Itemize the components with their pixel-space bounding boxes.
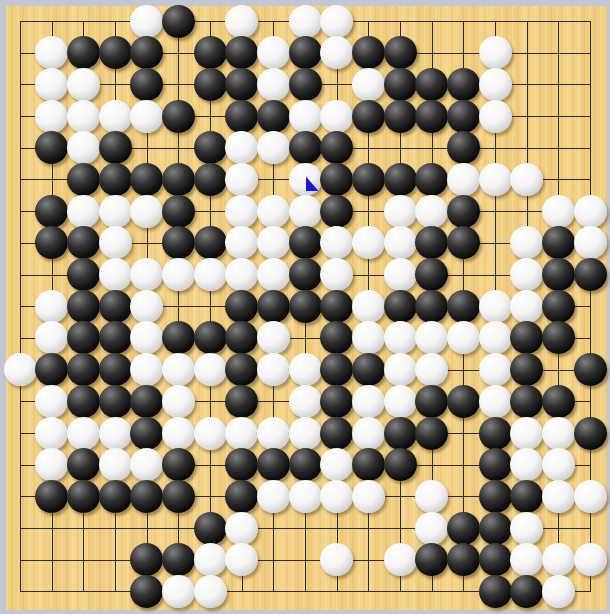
white-stone[interactable] [479, 321, 512, 354]
white-stone[interactable] [542, 543, 575, 576]
black-stone[interactable] [162, 448, 195, 481]
white-stone[interactable] [225, 131, 258, 164]
black-stone[interactable] [225, 321, 258, 354]
black-stone[interactable] [320, 195, 353, 228]
black-stone[interactable] [289, 68, 322, 101]
white-stone[interactable] [415, 353, 448, 386]
white-stone[interactable] [574, 543, 607, 576]
black-stone[interactable] [415, 543, 448, 576]
white-stone[interactable] [225, 226, 258, 259]
white-stone[interactable] [510, 226, 543, 259]
white-stone[interactable] [542, 575, 575, 608]
white-stone[interactable] [574, 480, 607, 513]
white-stone[interactable] [35, 385, 68, 418]
white-stone[interactable] [320, 480, 353, 513]
white-stone[interactable] [225, 543, 258, 576]
white-stone[interactable] [384, 353, 417, 386]
black-stone[interactable] [415, 417, 448, 450]
black-stone[interactable] [162, 163, 195, 196]
black-stone[interactable] [35, 195, 68, 228]
white-stone[interactable] [194, 417, 227, 450]
white-stone[interactable] [35, 68, 68, 101]
black-stone[interactable] [352, 353, 385, 386]
white-stone[interactable] [194, 258, 227, 291]
white-stone[interactable] [352, 321, 385, 354]
white-stone[interactable] [99, 417, 132, 450]
white-stone[interactable] [99, 258, 132, 291]
black-stone[interactable] [542, 226, 575, 259]
white-stone[interactable] [384, 543, 417, 576]
black-stone[interactable] [194, 163, 227, 196]
black-stone[interactable] [99, 131, 132, 164]
black-stone[interactable] [352, 100, 385, 133]
black-stone[interactable] [447, 131, 480, 164]
white-stone[interactable] [320, 258, 353, 291]
black-stone[interactable] [510, 480, 543, 513]
white-stone[interactable] [225, 195, 258, 228]
white-stone[interactable] [384, 258, 417, 291]
white-stone[interactable] [257, 480, 290, 513]
white-stone[interactable] [289, 417, 322, 450]
black-stone[interactable] [225, 385, 258, 418]
white-stone[interactable] [130, 353, 163, 386]
white-stone[interactable] [35, 417, 68, 450]
black-stone[interactable] [225, 353, 258, 386]
white-stone[interactable] [415, 512, 448, 545]
white-stone[interactable] [130, 290, 163, 323]
black-stone[interactable] [384, 68, 417, 101]
black-stone[interactable] [447, 226, 480, 259]
white-stone[interactable] [320, 448, 353, 481]
white-stone[interactable] [35, 321, 68, 354]
white-stone[interactable] [510, 163, 543, 196]
black-stone[interactable] [225, 290, 258, 323]
white-stone[interactable] [225, 258, 258, 291]
black-stone[interactable] [67, 258, 100, 291]
black-stone[interactable] [67, 448, 100, 481]
black-stone[interactable] [320, 131, 353, 164]
black-stone[interactable] [479, 480, 512, 513]
black-stone[interactable] [479, 417, 512, 450]
white-stone[interactable] [352, 385, 385, 418]
white-stone[interactable] [35, 448, 68, 481]
white-stone[interactable] [130, 195, 163, 228]
white-stone[interactable] [574, 226, 607, 259]
black-stone[interactable] [289, 131, 322, 164]
white-stone[interactable] [542, 417, 575, 450]
black-stone[interactable] [542, 385, 575, 418]
black-stone[interactable] [510, 353, 543, 386]
white-stone[interactable] [130, 5, 163, 38]
black-stone[interactable] [415, 290, 448, 323]
white-stone[interactable] [384, 195, 417, 228]
white-stone[interactable] [225, 163, 258, 196]
white-stone[interactable] [194, 543, 227, 576]
white-stone[interactable] [384, 226, 417, 259]
white-stone[interactable] [415, 321, 448, 354]
black-stone[interactable] [162, 100, 195, 133]
black-stone[interactable] [225, 100, 258, 133]
black-stone[interactable] [130, 417, 163, 450]
black-stone[interactable] [35, 131, 68, 164]
last-move-marker [306, 176, 319, 191]
white-stone[interactable] [130, 448, 163, 481]
white-stone[interactable] [162, 417, 195, 450]
white-stone[interactable] [352, 417, 385, 450]
white-stone[interactable] [162, 385, 195, 418]
white-stone[interactable] [320, 543, 353, 576]
black-stone[interactable] [447, 195, 480, 228]
black-stone[interactable] [289, 258, 322, 291]
black-stone[interactable] [194, 321, 227, 354]
black-stone[interactable] [415, 226, 448, 259]
black-stone[interactable] [35, 226, 68, 259]
black-stone[interactable] [130, 385, 163, 418]
white-stone[interactable] [67, 68, 100, 101]
black-stone[interactable] [225, 448, 258, 481]
white-stone[interactable] [510, 512, 543, 545]
white-stone[interactable] [384, 385, 417, 418]
black-stone[interactable] [320, 163, 353, 196]
black-stone[interactable] [67, 36, 100, 69]
white-stone[interactable] [479, 385, 512, 418]
black-stone[interactable] [225, 36, 258, 69]
black-stone[interactable] [320, 353, 353, 386]
black-stone[interactable] [415, 68, 448, 101]
black-stone[interactable] [384, 290, 417, 323]
black-stone[interactable] [35, 353, 68, 386]
black-stone[interactable] [384, 448, 417, 481]
white-stone[interactable] [479, 68, 512, 101]
black-stone[interactable] [67, 163, 100, 196]
black-stone[interactable] [99, 36, 132, 69]
black-stone[interactable] [320, 290, 353, 323]
black-stone[interactable] [194, 68, 227, 101]
black-stone[interactable] [415, 163, 448, 196]
white-stone[interactable] [194, 575, 227, 608]
white-stone[interactable] [257, 131, 290, 164]
black-stone[interactable] [162, 321, 195, 354]
black-stone[interactable] [257, 290, 290, 323]
black-stone[interactable] [479, 543, 512, 576]
white-stone[interactable] [384, 321, 417, 354]
white-stone[interactable] [542, 448, 575, 481]
white-stone[interactable] [35, 36, 68, 69]
white-stone[interactable] [35, 290, 68, 323]
white-stone[interactable] [542, 195, 575, 228]
black-stone[interactable] [130, 575, 163, 608]
black-stone[interactable] [130, 36, 163, 69]
white-stone[interactable] [162, 258, 195, 291]
go-board[interactable] [6, 6, 607, 610]
black-stone[interactable] [447, 385, 480, 418]
black-stone[interactable] [289, 226, 322, 259]
black-stone[interactable] [162, 543, 195, 576]
black-stone[interactable] [542, 321, 575, 354]
white-stone[interactable] [67, 417, 100, 450]
black-stone[interactable] [225, 68, 258, 101]
black-stone[interactable] [99, 290, 132, 323]
black-stone[interactable] [510, 575, 543, 608]
black-stone[interactable] [289, 448, 322, 481]
black-stone[interactable] [479, 575, 512, 608]
white-stone[interactable] [447, 321, 480, 354]
window-frame [0, 0, 610, 614]
white-stone[interactable] [225, 512, 258, 545]
black-stone[interactable] [542, 258, 575, 291]
black-stone[interactable] [574, 353, 607, 386]
white-stone[interactable] [510, 417, 543, 450]
white-stone[interactable] [162, 575, 195, 608]
white-stone[interactable] [479, 100, 512, 133]
black-stone[interactable] [162, 5, 195, 38]
white-stone[interactable] [289, 163, 322, 196]
white-stone[interactable] [510, 258, 543, 291]
black-stone[interactable] [447, 100, 480, 133]
black-stone[interactable] [352, 448, 385, 481]
white-stone[interactable] [99, 195, 132, 228]
black-stone[interactable] [289, 290, 322, 323]
black-stone[interactable] [67, 353, 100, 386]
black-stone[interactable] [194, 512, 227, 545]
white-stone[interactable] [320, 100, 353, 133]
white-stone[interactable] [352, 480, 385, 513]
black-stone[interactable] [99, 353, 132, 386]
white-stone[interactable] [257, 36, 290, 69]
white-stone[interactable] [289, 100, 322, 133]
black-stone[interactable] [510, 385, 543, 418]
black-stone[interactable] [99, 163, 132, 196]
black-stone[interactable] [289, 36, 322, 69]
white-stone[interactable] [510, 543, 543, 576]
black-stone[interactable] [479, 448, 512, 481]
black-stone[interactable] [447, 68, 480, 101]
white-stone[interactable] [67, 100, 100, 133]
black-stone[interactable] [130, 543, 163, 576]
white-stone[interactable] [225, 417, 258, 450]
black-stone[interactable] [99, 480, 132, 513]
white-stone[interactable] [415, 195, 448, 228]
white-stone[interactable] [574, 195, 607, 228]
white-stone[interactable] [352, 226, 385, 259]
white-stone[interactable] [130, 100, 163, 133]
black-stone[interactable] [257, 100, 290, 133]
black-stone[interactable] [67, 385, 100, 418]
white-stone[interactable] [67, 131, 100, 164]
white-stone[interactable] [99, 226, 132, 259]
white-stone[interactable] [447, 163, 480, 196]
black-stone[interactable] [130, 68, 163, 101]
black-stone[interactable] [320, 385, 353, 418]
white-stone[interactable] [289, 195, 322, 228]
white-stone[interactable] [479, 36, 512, 69]
black-stone[interactable] [162, 226, 195, 259]
black-stone[interactable] [67, 480, 100, 513]
black-stone[interactable] [162, 480, 195, 513]
white-stone[interactable] [130, 258, 163, 291]
white-stone[interactable] [479, 290, 512, 323]
black-stone[interactable] [99, 321, 132, 354]
black-stone[interactable] [415, 385, 448, 418]
black-stone[interactable] [574, 417, 607, 450]
white-stone[interactable] [257, 417, 290, 450]
white-stone[interactable] [257, 195, 290, 228]
black-stone[interactable] [447, 290, 480, 323]
white-stone[interactable] [289, 5, 322, 38]
white-stone[interactable] [162, 353, 195, 386]
black-stone[interactable] [352, 163, 385, 196]
black-stone[interactable] [352, 36, 385, 69]
black-stone[interactable] [225, 480, 258, 513]
white-stone[interactable] [289, 480, 322, 513]
black-stone[interactable] [99, 385, 132, 418]
black-stone[interactable] [415, 100, 448, 133]
black-stone[interactable] [542, 290, 575, 323]
black-stone[interactable] [67, 290, 100, 323]
black-stone[interactable] [384, 100, 417, 133]
white-stone[interactable] [510, 448, 543, 481]
white-stone[interactable] [225, 5, 258, 38]
white-stone[interactable] [99, 448, 132, 481]
white-stone[interactable] [320, 226, 353, 259]
white-stone[interactable] [4, 353, 37, 386]
black-stone[interactable] [415, 258, 448, 291]
black-stone[interactable] [194, 36, 227, 69]
white-stone[interactable] [415, 480, 448, 513]
white-stone[interactable] [542, 480, 575, 513]
white-stone[interactable] [289, 353, 322, 386]
white-stone[interactable] [257, 226, 290, 259]
black-stone[interactable] [447, 512, 480, 545]
white-stone[interactable] [99, 100, 132, 133]
black-stone[interactable] [320, 417, 353, 450]
white-stone[interactable] [35, 100, 68, 133]
white-stone[interactable] [130, 321, 163, 354]
black-stone[interactable] [130, 163, 163, 196]
white-stone[interactable] [67, 195, 100, 228]
white-stone[interactable] [510, 290, 543, 323]
black-stone[interactable] [384, 163, 417, 196]
black-stone[interactable] [320, 321, 353, 354]
black-stone[interactable] [447, 543, 480, 576]
white-stone[interactable] [194, 353, 227, 386]
white-stone[interactable] [257, 321, 290, 354]
white-stone[interactable] [257, 258, 290, 291]
black-stone[interactable] [574, 258, 607, 291]
white-stone[interactable] [257, 353, 290, 386]
black-stone[interactable] [479, 512, 512, 545]
black-stone[interactable] [194, 226, 227, 259]
white-stone[interactable] [320, 36, 353, 69]
white-stone[interactable] [257, 68, 290, 101]
white-stone[interactable] [320, 5, 353, 38]
black-stone[interactable] [510, 321, 543, 354]
black-stone[interactable] [67, 226, 100, 259]
black-stone[interactable] [384, 36, 417, 69]
black-stone[interactable] [130, 480, 163, 513]
black-stone[interactable] [257, 448, 290, 481]
black-stone[interactable] [194, 131, 227, 164]
black-stone[interactable] [162, 195, 195, 228]
white-stone[interactable] [352, 290, 385, 323]
black-stone[interactable] [384, 417, 417, 450]
white-stone[interactable] [479, 353, 512, 386]
white-stone[interactable] [352, 68, 385, 101]
black-stone[interactable] [67, 321, 100, 354]
white-stone[interactable] [289, 385, 322, 418]
white-stone[interactable] [479, 163, 512, 196]
black-stone[interactable] [35, 480, 68, 513]
